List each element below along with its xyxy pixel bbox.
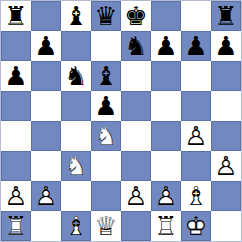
white-piece-outline: ♙ <box>121 181 151 211</box>
white-piece-outline: ♔ <box>181 211 211 241</box>
white-piece-fill: ♚ <box>181 211 211 241</box>
square-g3[interactable] <box>181 151 211 181</box>
square-c1[interactable]: ♝♗ <box>61 211 91 241</box>
white-piece-fill: ♟ <box>1 181 31 211</box>
black-knight[interactable]: ♞ <box>61 61 91 91</box>
white-piece-fill: ♞ <box>61 151 91 181</box>
black-piece-glyph: ♝ <box>61 1 91 31</box>
black-piece-glyph: ♟ <box>181 31 211 61</box>
white-piece-outline: ♕ <box>91 211 121 241</box>
white-piece-fill: ♟ <box>211 151 241 181</box>
square-b4[interactable] <box>31 121 61 151</box>
white-piece-outline: ♖ <box>151 211 181 241</box>
square-g4[interactable]: ♟♙ <box>181 121 211 151</box>
black-piece-glyph: ♟ <box>1 61 31 91</box>
black-bishop[interactable]: ♝ <box>61 1 91 31</box>
black-piece-glyph: ♜ <box>211 1 241 31</box>
square-c5[interactable] <box>61 91 91 121</box>
square-e3[interactable] <box>121 151 151 181</box>
square-a7[interactable] <box>1 31 31 61</box>
white-knight[interactable]: ♞♘ <box>61 151 91 181</box>
white-piece-outline: ♙ <box>31 181 61 211</box>
square-g1[interactable]: ♚♔ <box>181 211 211 241</box>
white-piece-outline: ♙ <box>211 151 241 181</box>
black-pawn[interactable]: ♟ <box>31 31 61 61</box>
square-a3[interactable] <box>1 151 31 181</box>
black-piece-glyph: ♜ <box>1 1 31 31</box>
square-g8[interactable] <box>181 1 211 31</box>
white-piece-outline: ♗ <box>181 181 211 211</box>
black-rook[interactable]: ♜ <box>211 1 241 31</box>
square-c8[interactable]: ♝ <box>61 1 91 31</box>
square-e7[interactable]: ♞ <box>121 31 151 61</box>
square-a6[interactable]: ♟ <box>1 61 31 91</box>
square-a8[interactable]: ♜ <box>1 1 31 31</box>
square-g6[interactable] <box>181 61 211 91</box>
black-pawn[interactable]: ♟ <box>91 91 121 121</box>
white-piece-fill: ♛ <box>91 211 121 241</box>
square-b8[interactable] <box>31 1 61 31</box>
square-d3[interactable] <box>91 151 121 181</box>
black-king[interactable]: ♚ <box>121 1 151 31</box>
square-e5[interactable] <box>121 91 151 121</box>
square-a2[interactable]: ♟♙ <box>1 181 31 211</box>
square-d8[interactable]: ♛ <box>91 1 121 31</box>
black-pawn[interactable]: ♟ <box>1 61 31 91</box>
square-b2[interactable]: ♟♙ <box>31 181 61 211</box>
white-piece-outline: ♖ <box>1 211 31 241</box>
white-knight[interactable]: ♞♘ <box>91 121 121 151</box>
white-pawn[interactable]: ♟♙ <box>151 181 181 211</box>
square-h4[interactable] <box>211 121 241 151</box>
white-rook[interactable]: ♜♖ <box>1 211 31 241</box>
square-d2[interactable] <box>91 181 121 211</box>
white-bishop[interactable]: ♝♗ <box>181 181 211 211</box>
square-g5[interactable] <box>181 91 211 121</box>
square-c2[interactable] <box>61 181 91 211</box>
white-pawn[interactable]: ♟♙ <box>1 181 31 211</box>
white-pawn[interactable]: ♟♙ <box>121 181 151 211</box>
square-e1[interactable] <box>121 211 151 241</box>
square-f3[interactable] <box>151 151 181 181</box>
square-b6[interactable] <box>31 61 61 91</box>
white-rook[interactable]: ♜♖ <box>151 211 181 241</box>
square-d7[interactable] <box>91 31 121 61</box>
square-c3[interactable]: ♞♘ <box>61 151 91 181</box>
white-bishop[interactable]: ♝♗ <box>61 211 91 241</box>
square-c7[interactable] <box>61 31 91 61</box>
white-piece-outline: ♘ <box>61 151 91 181</box>
square-f8[interactable] <box>151 1 181 31</box>
white-piece-fill: ♟ <box>31 181 61 211</box>
square-b3[interactable] <box>31 151 61 181</box>
black-piece-glyph: ♟ <box>151 31 181 61</box>
black-piece-glyph: ♟ <box>91 91 121 121</box>
square-c6[interactable]: ♞ <box>61 61 91 91</box>
white-queen[interactable]: ♛♕ <box>91 211 121 241</box>
black-bishop[interactable]: ♝ <box>91 61 121 91</box>
square-b7[interactable]: ♟ <box>31 31 61 61</box>
black-knight[interactable]: ♞ <box>121 31 151 61</box>
white-piece-outline: ♘ <box>91 121 121 151</box>
black-piece-glyph: ♚ <box>121 1 151 31</box>
square-f2[interactable]: ♟♙ <box>151 181 181 211</box>
square-a5[interactable] <box>1 91 31 121</box>
square-a4[interactable] <box>1 121 31 151</box>
white-piece-fill: ♜ <box>1 211 31 241</box>
square-e4[interactable] <box>121 121 151 151</box>
square-g2[interactable]: ♝♗ <box>181 181 211 211</box>
square-f1[interactable]: ♜♖ <box>151 211 181 241</box>
black-pawn[interactable]: ♟ <box>211 31 241 61</box>
white-piece-fill: ♟ <box>121 181 151 211</box>
white-piece-outline: ♙ <box>1 181 31 211</box>
square-h3[interactable]: ♟♙ <box>211 151 241 181</box>
square-b1[interactable] <box>31 211 61 241</box>
black-pawn[interactable]: ♟ <box>151 31 181 61</box>
square-f4[interactable] <box>151 121 181 151</box>
square-e2[interactable]: ♟♙ <box>121 181 151 211</box>
square-d1[interactable]: ♛♕ <box>91 211 121 241</box>
white-piece-fill: ♟ <box>181 121 211 151</box>
white-piece-outline: ♙ <box>151 181 181 211</box>
black-piece-glyph: ♞ <box>61 61 91 91</box>
square-h5[interactable] <box>211 91 241 121</box>
square-h1[interactable] <box>211 211 241 241</box>
square-d4[interactable]: ♞♘ <box>91 121 121 151</box>
black-rook[interactable]: ♜ <box>1 1 31 31</box>
black-queen[interactable]: ♛ <box>91 1 121 31</box>
square-c4[interactable] <box>61 121 91 151</box>
white-pawn[interactable]: ♟♙ <box>181 121 211 151</box>
black-piece-glyph: ♟ <box>211 31 241 61</box>
square-h8[interactable]: ♜ <box>211 1 241 31</box>
white-piece-fill: ♟ <box>151 181 181 211</box>
white-piece-fill: ♝ <box>61 211 91 241</box>
square-g7[interactable]: ♟ <box>181 31 211 61</box>
square-h6[interactable] <box>211 61 241 91</box>
white-king[interactable]: ♚♔ <box>181 211 211 241</box>
white-pawn[interactable]: ♟♙ <box>211 151 241 181</box>
black-piece-glyph: ♛ <box>91 1 121 31</box>
black-pawn[interactable]: ♟ <box>181 31 211 61</box>
black-piece-glyph: ♝ <box>91 61 121 91</box>
square-h2[interactable] <box>211 181 241 211</box>
chess-board: ♜♝♛♚♜♟♞♟♟♟♟♞♝♟♞♘♟♙♞♘♟♙♟♙♟♙♟♙♟♙♝♗♜♖♝♗♛♕♜♖… <box>0 0 242 242</box>
square-d5[interactable]: ♟ <box>91 91 121 121</box>
square-f7[interactable]: ♟ <box>151 31 181 61</box>
square-e6[interactable] <box>121 61 151 91</box>
white-piece-fill: ♞ <box>91 121 121 151</box>
white-piece-fill: ♜ <box>151 211 181 241</box>
white-piece-fill: ♝ <box>181 181 211 211</box>
square-d6[interactable]: ♝ <box>91 61 121 91</box>
square-f6[interactable] <box>151 61 181 91</box>
square-e8[interactable]: ♚ <box>121 1 151 31</box>
white-pawn[interactable]: ♟♙ <box>31 181 61 211</box>
black-piece-glyph: ♞ <box>121 31 151 61</box>
black-piece-glyph: ♟ <box>31 31 61 61</box>
square-b5[interactable] <box>31 91 61 121</box>
white-piece-outline: ♗ <box>61 211 91 241</box>
square-f5[interactable] <box>151 91 181 121</box>
square-h7[interactable]: ♟ <box>211 31 241 61</box>
square-a1[interactable]: ♜♖ <box>1 211 31 241</box>
white-piece-outline: ♙ <box>181 121 211 151</box>
